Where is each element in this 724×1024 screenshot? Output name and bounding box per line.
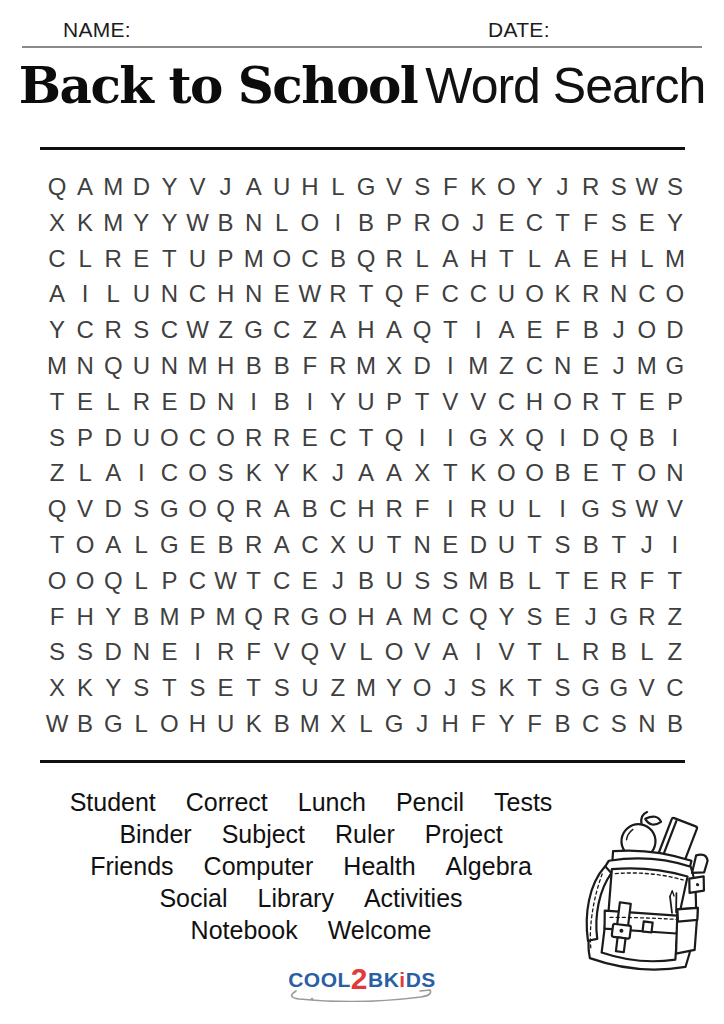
grid-cell-r4c11[interactable]: R	[324, 276, 352, 312]
grid-cell-r12c16[interactable]: M	[464, 563, 492, 599]
grid-cell-r14c10[interactable]: Q	[296, 635, 324, 671]
grid-cell-r11c20[interactable]: B	[577, 527, 605, 563]
grid-cell-r8c15[interactable]: I	[436, 420, 464, 456]
grid-cell-r6c13[interactable]: X	[380, 348, 408, 384]
grid-cell-r3c11[interactable]: B	[324, 241, 352, 277]
grid-cell-r5c16[interactable]: I	[464, 312, 492, 348]
grid-cell-r11c21[interactable]: T	[605, 527, 633, 563]
grid-cell-r15c3[interactable]: Y	[99, 670, 127, 706]
grid-cell-r14c8[interactable]: F	[240, 635, 268, 671]
grid-cell-r1c5[interactable]: Y	[155, 169, 183, 205]
grid-cell-r2c8[interactable]: N	[240, 205, 268, 241]
grid-cell-r13c17[interactable]: Y	[492, 599, 520, 635]
grid-cell-r7c1[interactable]: T	[43, 384, 71, 420]
grid-cell-r8c17[interactable]: X	[492, 420, 520, 456]
grid-cell-r5c9[interactable]: C	[268, 312, 296, 348]
grid-cell-r7c20[interactable]: R	[577, 384, 605, 420]
grid-cell-r12c23[interactable]: T	[661, 563, 689, 599]
grid-cell-r8c20[interactable]: D	[577, 420, 605, 456]
grid-cell-r10c3[interactable]: D	[99, 491, 127, 527]
grid-cell-r2c7[interactable]: B	[212, 205, 240, 241]
grid-cell-r10c13[interactable]: R	[380, 491, 408, 527]
grid-cell-r2c12[interactable]: B	[352, 205, 380, 241]
grid-cell-r3c9[interactable]: O	[268, 241, 296, 277]
grid-cell-r6c3[interactable]: Q	[99, 348, 127, 384]
grid-cell-r15c17[interactable]: K	[492, 670, 520, 706]
grid-cell-r13c14[interactable]: M	[408, 599, 436, 635]
grid-cell-r10c2[interactable]: V	[71, 491, 99, 527]
grid-cell-r4c22[interactable]: C	[633, 276, 661, 312]
grid-cell-r8c10[interactable]: E	[296, 420, 324, 456]
grid-cell-r9c17[interactable]: O	[492, 456, 520, 492]
grid-cell-r16c13[interactable]: G	[380, 706, 408, 742]
grid-cell-r16c20[interactable]: C	[577, 706, 605, 742]
grid-cell-r11c16[interactable]: D	[464, 527, 492, 563]
grid-cell-r12c1[interactable]: O	[43, 563, 71, 599]
grid-cell-r5c4[interactable]: S	[127, 312, 155, 348]
grid-cell-r1c7[interactable]: J	[212, 169, 240, 205]
grid-cell-r3c20[interactable]: E	[577, 241, 605, 277]
grid-cell-r11c2[interactable]: O	[71, 527, 99, 563]
grid-cell-r3c22[interactable]: L	[633, 241, 661, 277]
grid-cell-r6c5[interactable]: N	[155, 348, 183, 384]
grid-cell-r7c14[interactable]: T	[408, 384, 436, 420]
grid-cell-r12c17[interactable]: B	[492, 563, 520, 599]
grid-cell-r16c12[interactable]: L	[352, 706, 380, 742]
grid-cell-r16c4[interactable]: L	[127, 706, 155, 742]
grid-cell-r9c19[interactable]: B	[549, 456, 577, 492]
grid-cell-r2c1[interactable]: X	[43, 205, 71, 241]
grid-cell-r16c7[interactable]: U	[212, 706, 240, 742]
grid-cell-r13c21[interactable]: G	[605, 599, 633, 635]
grid-cell-r11c14[interactable]: N	[408, 527, 436, 563]
grid-cell-r9c14[interactable]: X	[408, 456, 436, 492]
grid-cell-r1c22[interactable]: W	[633, 169, 661, 205]
grid-cell-r9c7[interactable]: S	[212, 456, 240, 492]
grid-cell-r8c23[interactable]: I	[661, 420, 689, 456]
grid-cell-r10c4[interactable]: S	[127, 491, 155, 527]
grid-cell-r11c4[interactable]: L	[127, 527, 155, 563]
grid-cell-r13c6[interactable]: P	[183, 599, 211, 635]
grid-cell-r15c6[interactable]: S	[183, 670, 211, 706]
word-item-correct[interactable]: Correct	[186, 788, 268, 816]
grid-cell-r15c13[interactable]: Y	[380, 670, 408, 706]
grid-cell-r8c22[interactable]: B	[633, 420, 661, 456]
grid-cell-r2c13[interactable]: P	[380, 205, 408, 241]
grid-cell-r15c1[interactable]: X	[43, 670, 71, 706]
grid-cell-r3c4[interactable]: E	[127, 241, 155, 277]
grid-cell-r12c8[interactable]: T	[240, 563, 268, 599]
grid-cell-r6c9[interactable]: B	[268, 348, 296, 384]
grid-cell-r3c14[interactable]: L	[408, 241, 436, 277]
grid-cell-r5c3[interactable]: R	[99, 312, 127, 348]
grid-cell-r11c10[interactable]: C	[296, 527, 324, 563]
grid-cell-r2c10[interactable]: O	[296, 205, 324, 241]
grid-cell-r3c6[interactable]: U	[183, 241, 211, 277]
grid-cell-r12c15[interactable]: S	[436, 563, 464, 599]
grid-cell-r1c16[interactable]: K	[464, 169, 492, 205]
grid-cell-r10c21[interactable]: S	[605, 491, 633, 527]
grid-cell-r6c10[interactable]: F	[296, 348, 324, 384]
grid-cell-r12c3[interactable]: Q	[99, 563, 127, 599]
grid-cell-r10c12[interactable]: H	[352, 491, 380, 527]
grid-cell-r15c23[interactable]: C	[661, 670, 689, 706]
grid-cell-r5c5[interactable]: C	[155, 312, 183, 348]
grid-cell-r7c2[interactable]: E	[71, 384, 99, 420]
grid-cell-r7c11[interactable]: Y	[324, 384, 352, 420]
grid-cell-r14c16[interactable]: I	[464, 635, 492, 671]
grid-cell-r1c6[interactable]: V	[183, 169, 211, 205]
grid-cell-r4c17[interactable]: U	[492, 276, 520, 312]
word-item-activities[interactable]: Activities	[364, 884, 463, 912]
grid-cell-r2c17[interactable]: E	[492, 205, 520, 241]
grid-cell-r4c18[interactable]: O	[520, 276, 548, 312]
grid-cell-r15c8[interactable]: T	[240, 670, 268, 706]
grid-cell-r2c20[interactable]: F	[577, 205, 605, 241]
grid-cell-r15c11[interactable]: Z	[324, 670, 352, 706]
grid-cell-r15c2[interactable]: K	[71, 670, 99, 706]
grid-cell-r9c3[interactable]: A	[99, 456, 127, 492]
grid-cell-r16c23[interactable]: B	[661, 706, 689, 742]
grid-cell-r2c9[interactable]: L	[268, 205, 296, 241]
grid-cell-r8c7[interactable]: O	[212, 420, 240, 456]
grid-cell-r15c20[interactable]: G	[577, 670, 605, 706]
word-item-library[interactable]: Library	[258, 884, 334, 912]
grid-cell-r5c15[interactable]: T	[436, 312, 464, 348]
word-item-lunch[interactable]: Lunch	[298, 788, 366, 816]
grid-cell-r15c4[interactable]: S	[127, 670, 155, 706]
grid-cell-r12c21[interactable]: R	[605, 563, 633, 599]
word-item-pencil[interactable]: Pencil	[396, 788, 464, 816]
grid-cell-r9c15[interactable]: T	[436, 456, 464, 492]
grid-cell-r3c2[interactable]: L	[71, 241, 99, 277]
grid-cell-r12c13[interactable]: U	[380, 563, 408, 599]
grid-cell-r7c23[interactable]: P	[661, 384, 689, 420]
grid-cell-r13c9[interactable]: R	[268, 599, 296, 635]
grid-cell-r14c15[interactable]: A	[436, 635, 464, 671]
grid-cell-r10c1[interactable]: Q	[43, 491, 71, 527]
grid-cell-r4c2[interactable]: I	[71, 276, 99, 312]
grid-cell-r13c7[interactable]: M	[212, 599, 240, 635]
word-item-ruler[interactable]: Ruler	[335, 820, 395, 848]
grid-cell-r4c6[interactable]: C	[183, 276, 211, 312]
grid-cell-r12c10[interactable]: E	[296, 563, 324, 599]
grid-cell-r13c16[interactable]: Q	[464, 599, 492, 635]
grid-cell-r7c9[interactable]: B	[268, 384, 296, 420]
grid-cell-r15c10[interactable]: U	[296, 670, 324, 706]
grid-cell-r14c22[interactable]: L	[633, 635, 661, 671]
grid-cell-r6c6[interactable]: M	[183, 348, 211, 384]
grid-cell-r13c12[interactable]: H	[352, 599, 380, 635]
grid-cell-r1c13[interactable]: V	[380, 169, 408, 205]
grid-cell-r14c19[interactable]: L	[549, 635, 577, 671]
grid-cell-r14c2[interactable]: S	[71, 635, 99, 671]
grid-cell-r16c21[interactable]: S	[605, 706, 633, 742]
grid-cell-r4c12[interactable]: T	[352, 276, 380, 312]
grid-cell-r11c19[interactable]: S	[549, 527, 577, 563]
word-item-welcome[interactable]: Welcome	[328, 916, 432, 944]
grid-cell-r13c10[interactable]: G	[296, 599, 324, 635]
grid-cell-r1c4[interactable]: D	[127, 169, 155, 205]
grid-cell-r10c11[interactable]: C	[324, 491, 352, 527]
grid-cell-r7c17[interactable]: C	[492, 384, 520, 420]
grid-cell-r1c11[interactable]: L	[324, 169, 352, 205]
grid-cell-r11c1[interactable]: T	[43, 527, 71, 563]
grid-cell-r10c5[interactable]: G	[155, 491, 183, 527]
grid-cell-r11c12[interactable]: U	[352, 527, 380, 563]
grid-cell-r1c2[interactable]: A	[71, 169, 99, 205]
grid-cell-r1c20[interactable]: R	[577, 169, 605, 205]
grid-cell-r12c7[interactable]: W	[212, 563, 240, 599]
grid-cell-r9c6[interactable]: O	[183, 456, 211, 492]
grid-cell-r5c14[interactable]: Q	[408, 312, 436, 348]
grid-cell-r14c6[interactable]: I	[183, 635, 211, 671]
grid-cell-r5c8[interactable]: G	[240, 312, 268, 348]
grid-cell-r6c1[interactable]: M	[43, 348, 71, 384]
grid-cell-r7c22[interactable]: E	[633, 384, 661, 420]
grid-cell-r8c12[interactable]: T	[352, 420, 380, 456]
grid-cell-r16c14[interactable]: J	[408, 706, 436, 742]
word-item-project[interactable]: Project	[425, 820, 503, 848]
grid-cell-r9c20[interactable]: E	[577, 456, 605, 492]
grid-cell-r3c1[interactable]: C	[43, 241, 71, 277]
grid-cell-r13c19[interactable]: E	[549, 599, 577, 635]
grid-cell-r4c8[interactable]: N	[240, 276, 268, 312]
grid-cell-r1c10[interactable]: H	[296, 169, 324, 205]
word-item-social[interactable]: Social	[159, 884, 227, 912]
grid-cell-r8c9[interactable]: R	[268, 420, 296, 456]
grid-cell-r16c22[interactable]: N	[633, 706, 661, 742]
grid-cell-r11c3[interactable]: A	[99, 527, 127, 563]
grid-cell-r7c19[interactable]: O	[549, 384, 577, 420]
grid-cell-r6c4[interactable]: U	[127, 348, 155, 384]
grid-cell-r5c21[interactable]: J	[605, 312, 633, 348]
grid-cell-r2c11[interactable]: I	[324, 205, 352, 241]
grid-cell-r11c9[interactable]: A	[268, 527, 296, 563]
grid-cell-r4c7[interactable]: H	[212, 276, 240, 312]
grid-cell-r8c5[interactable]: O	[155, 420, 183, 456]
grid-cell-r5c19[interactable]: F	[549, 312, 577, 348]
grid-cell-r13c20[interactable]: J	[577, 599, 605, 635]
grid-cell-r3c23[interactable]: M	[661, 241, 689, 277]
grid-cell-r5c1[interactable]: Y	[43, 312, 71, 348]
grid-cell-r14c17[interactable]: V	[492, 635, 520, 671]
grid-cell-r8c11[interactable]: C	[324, 420, 352, 456]
grid-cell-r1c14[interactable]: S	[408, 169, 436, 205]
grid-cell-r13c22[interactable]: R	[633, 599, 661, 635]
grid-cell-r13c4[interactable]: B	[127, 599, 155, 635]
grid-cell-r10c15[interactable]: I	[436, 491, 464, 527]
grid-cell-r7c18[interactable]: H	[520, 384, 548, 420]
grid-cell-r8c21[interactable]: Q	[605, 420, 633, 456]
grid-cell-r6c8[interactable]: B	[240, 348, 268, 384]
grid-cell-r16c6[interactable]: H	[183, 706, 211, 742]
grid-cell-r2c21[interactable]: S	[605, 205, 633, 241]
grid-cell-r1c1[interactable]: Q	[43, 169, 71, 205]
grid-cell-r16c15[interactable]: H	[436, 706, 464, 742]
grid-cell-r10c20[interactable]: G	[577, 491, 605, 527]
grid-cell-r2c23[interactable]: Y	[661, 205, 689, 241]
word-item-friends[interactable]: Friends	[90, 852, 173, 880]
grid-cell-r13c11[interactable]: O	[324, 599, 352, 635]
grid-cell-r12c18[interactable]: L	[520, 563, 548, 599]
grid-cell-r14c21[interactable]: B	[605, 635, 633, 671]
grid-cell-r9c5[interactable]: C	[155, 456, 183, 492]
grid-cell-r9c12[interactable]: A	[352, 456, 380, 492]
grid-cell-r15c5[interactable]: T	[155, 670, 183, 706]
grid-cell-r11c22[interactable]: J	[633, 527, 661, 563]
grid-cell-r12c6[interactable]: C	[183, 563, 211, 599]
grid-cell-r14c5[interactable]: E	[155, 635, 183, 671]
grid-cell-r11c18[interactable]: T	[520, 527, 548, 563]
grid-cell-r9c10[interactable]: K	[296, 456, 324, 492]
grid-cell-r14c23[interactable]: Z	[661, 635, 689, 671]
grid-cell-r14c7[interactable]: R	[212, 635, 240, 671]
grid-cell-r4c13[interactable]: Q	[380, 276, 408, 312]
grid-cell-r9c11[interactable]: J	[324, 456, 352, 492]
grid-cell-r5c20[interactable]: B	[577, 312, 605, 348]
grid-cell-r10c7[interactable]: Q	[212, 491, 240, 527]
grid-cell-r8c3[interactable]: D	[99, 420, 127, 456]
grid-cell-r16c2[interactable]: B	[71, 706, 99, 742]
grid-cell-r6c11[interactable]: R	[324, 348, 352, 384]
grid-cell-r3c8[interactable]: M	[240, 241, 268, 277]
grid-cell-r11c5[interactable]: G	[155, 527, 183, 563]
grid-cell-r11c13[interactable]: T	[380, 527, 408, 563]
grid-cell-r15c19[interactable]: S	[549, 670, 577, 706]
grid-cell-r5c23[interactable]: D	[661, 312, 689, 348]
grid-cell-r2c22[interactable]: E	[633, 205, 661, 241]
grid-cell-r5c22[interactable]: O	[633, 312, 661, 348]
grid-cell-r14c18[interactable]: T	[520, 635, 548, 671]
grid-cell-r1c3[interactable]: M	[99, 169, 127, 205]
grid-cell-r13c23[interactable]: Z	[661, 599, 689, 635]
grid-cell-r12c19[interactable]: T	[549, 563, 577, 599]
word-item-algebra[interactable]: Algebra	[446, 852, 532, 880]
grid-cell-r7c21[interactable]: T	[605, 384, 633, 420]
grid-cell-r11c17[interactable]: U	[492, 527, 520, 563]
grid-cell-r3c3[interactable]: R	[99, 241, 127, 277]
grid-cell-r7c12[interactable]: U	[352, 384, 380, 420]
grid-cell-r15c22[interactable]: V	[633, 670, 661, 706]
grid-cell-r13c3[interactable]: Y	[99, 599, 127, 635]
grid-cell-r9c4[interactable]: I	[127, 456, 155, 492]
grid-cell-r8c1[interactable]: S	[43, 420, 71, 456]
grid-cell-r5c12[interactable]: H	[352, 312, 380, 348]
grid-cell-r1c18[interactable]: Y	[520, 169, 548, 205]
grid-cell-r16c11[interactable]: X	[324, 706, 352, 742]
grid-cell-r16c16[interactable]: F	[464, 706, 492, 742]
word-item-subject[interactable]: Subject	[222, 820, 305, 848]
grid-cell-r9c2[interactable]: L	[71, 456, 99, 492]
grid-cell-r10c6[interactable]: O	[183, 491, 211, 527]
grid-cell-r11c8[interactable]: R	[240, 527, 268, 563]
word-item-notebook[interactable]: Notebook	[191, 916, 298, 944]
word-item-binder[interactable]: Binder	[119, 820, 191, 848]
grid-cell-r14c13[interactable]: O	[380, 635, 408, 671]
grid-cell-r4c23[interactable]: O	[661, 276, 689, 312]
grid-cell-r13c13[interactable]: A	[380, 599, 408, 635]
grid-cell-r9c23[interactable]: N	[661, 456, 689, 492]
grid-cell-r5c10[interactable]: Z	[296, 312, 324, 348]
grid-cell-r14c3[interactable]: D	[99, 635, 127, 671]
grid-cell-r16c8[interactable]: K	[240, 706, 268, 742]
grid-cell-r3c10[interactable]: C	[296, 241, 324, 277]
grid-cell-r7c8[interactable]: I	[240, 384, 268, 420]
grid-cell-r3c16[interactable]: H	[464, 241, 492, 277]
grid-cell-r11c23[interactable]: I	[661, 527, 689, 563]
grid-cell-r5c11[interactable]: A	[324, 312, 352, 348]
grid-cell-r16c10[interactable]: M	[296, 706, 324, 742]
word-item-computer[interactable]: Computer	[204, 852, 314, 880]
grid-cell-r12c5[interactable]: P	[155, 563, 183, 599]
grid-cell-r1c8[interactable]: A	[240, 169, 268, 205]
grid-cell-r16c19[interactable]: B	[549, 706, 577, 742]
grid-cell-r4c15[interactable]: C	[436, 276, 464, 312]
grid-cell-r3c12[interactable]: Q	[352, 241, 380, 277]
grid-cell-r3c18[interactable]: L	[520, 241, 548, 277]
grid-cell-r9c21[interactable]: T	[605, 456, 633, 492]
grid-cell-r2c5[interactable]: Y	[155, 205, 183, 241]
grid-cell-r14c4[interactable]: N	[127, 635, 155, 671]
grid-cell-r11c11[interactable]: X	[324, 527, 352, 563]
grid-cell-r11c7[interactable]: B	[212, 527, 240, 563]
grid-cell-r8c8[interactable]: R	[240, 420, 268, 456]
grid-cell-r3c21[interactable]: H	[605, 241, 633, 277]
grid-cell-r2c16[interactable]: J	[464, 205, 492, 241]
grid-cell-r15c12[interactable]: M	[352, 670, 380, 706]
grid-cell-r2c15[interactable]: O	[436, 205, 464, 241]
grid-cell-r9c16[interactable]: K	[464, 456, 492, 492]
grid-cell-r9c9[interactable]: Y	[268, 456, 296, 492]
grid-cell-r15c16[interactable]: S	[464, 670, 492, 706]
grid-cell-r11c6[interactable]: E	[183, 527, 211, 563]
grid-cell-r6c16[interactable]: M	[464, 348, 492, 384]
grid-cell-r3c17[interactable]: T	[492, 241, 520, 277]
grid-cell-r4c3[interactable]: L	[99, 276, 127, 312]
grid-cell-r16c1[interactable]: W	[43, 706, 71, 742]
grid-cell-r10c17[interactable]: U	[492, 491, 520, 527]
grid-cell-r15c7[interactable]: E	[212, 670, 240, 706]
grid-cell-r3c13[interactable]: R	[380, 241, 408, 277]
grid-cell-r6c21[interactable]: J	[605, 348, 633, 384]
grid-cell-r16c5[interactable]: O	[155, 706, 183, 742]
grid-cell-r4c5[interactable]: N	[155, 276, 183, 312]
grid-cell-r9c22[interactable]: O	[633, 456, 661, 492]
grid-cell-r12c22[interactable]: F	[633, 563, 661, 599]
grid-cell-r6c14[interactable]: D	[408, 348, 436, 384]
grid-cell-r10c9[interactable]: A	[268, 491, 296, 527]
grid-cell-r14c14[interactable]: V	[408, 635, 436, 671]
grid-cell-r16c3[interactable]: G	[99, 706, 127, 742]
grid-cell-r4c21[interactable]: N	[605, 276, 633, 312]
grid-cell-r12c11[interactable]: J	[324, 563, 352, 599]
grid-cell-r11c15[interactable]: E	[436, 527, 464, 563]
grid-cell-r6c17[interactable]: Z	[492, 348, 520, 384]
grid-cell-r12c14[interactable]: S	[408, 563, 436, 599]
grid-cell-r12c20[interactable]: E	[577, 563, 605, 599]
grid-cell-r12c2[interactable]: O	[71, 563, 99, 599]
grid-cell-r7c16[interactable]: V	[464, 384, 492, 420]
grid-cell-r10c10[interactable]: B	[296, 491, 324, 527]
word-item-health[interactable]: Health	[343, 852, 415, 880]
grid-cell-r14c9[interactable]: V	[268, 635, 296, 671]
grid-cell-r16c9[interactable]: B	[268, 706, 296, 742]
grid-cell-r1c19[interactable]: J	[549, 169, 577, 205]
grid-cell-r5c2[interactable]: C	[71, 312, 99, 348]
grid-cell-r4c10[interactable]: W	[296, 276, 324, 312]
grid-cell-r3c15[interactable]: A	[436, 241, 464, 277]
